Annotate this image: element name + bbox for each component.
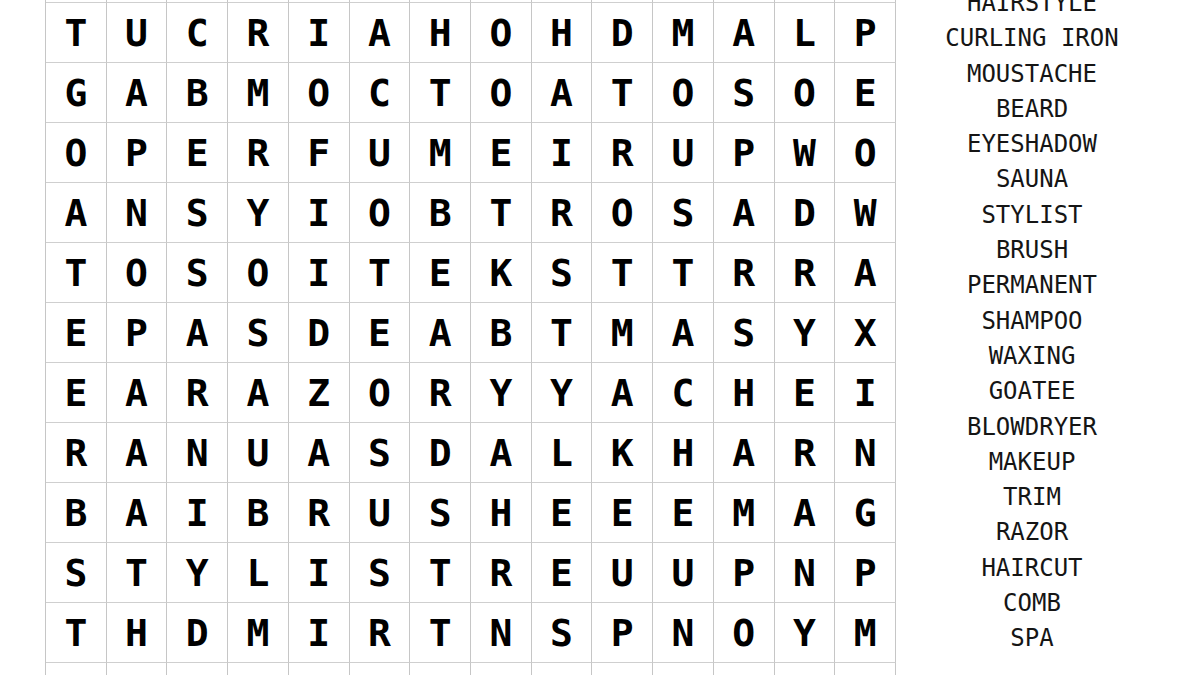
grid-cell[interactable]: S xyxy=(167,243,228,303)
word-list-item: CURLING IRON xyxy=(900,21,1164,56)
grid-cell[interactable]: S xyxy=(46,543,107,603)
word-list-item: HAIRCUT xyxy=(900,551,1164,586)
grid-cell[interactable]: U xyxy=(107,3,168,63)
grid-cell[interactable] xyxy=(167,663,228,675)
grid-cell[interactable]: O xyxy=(289,63,350,123)
grid-cell[interactable]: S xyxy=(167,183,228,243)
grid-cell[interactable]: I xyxy=(289,3,350,63)
grid-cell[interactable]: P xyxy=(835,3,896,63)
grid-cell[interactable]: U xyxy=(592,543,653,603)
grid-cell[interactable]: R xyxy=(228,123,289,183)
grid-cell[interactable] xyxy=(775,663,836,675)
grid-cell[interactable]: T xyxy=(410,603,471,663)
grid-cell[interactable]: R xyxy=(167,363,228,423)
grid-cell[interactable]: W xyxy=(775,123,836,183)
word-list-item: BRUSH xyxy=(900,233,1164,268)
word-search-grid: TUCRIAHOHDMALPGABMOCTOATOSOEOPERFUMEIRUP… xyxy=(45,0,896,675)
grid-cell[interactable]: M xyxy=(835,603,896,663)
grid-cell[interactable]: Y xyxy=(471,363,532,423)
grid-cell[interactable]: H xyxy=(107,603,168,663)
grid-cell[interactable]: A xyxy=(532,63,593,123)
grid-cell[interactable] xyxy=(350,663,411,675)
grid-cell[interactable]: Y xyxy=(228,183,289,243)
grid-cell[interactable]: M xyxy=(228,603,289,663)
grid-cell[interactable]: M xyxy=(410,123,471,183)
grid-cell[interactable]: T xyxy=(471,183,532,243)
grid-cell[interactable]: U xyxy=(350,483,411,543)
word-list-item: HAIRSTYLE xyxy=(900,0,1164,21)
grid-cell[interactable]: E xyxy=(350,303,411,363)
grid-cell[interactable]: S xyxy=(714,303,775,363)
grid-cell[interactable]: H xyxy=(714,363,775,423)
grid-cell[interactable]: P xyxy=(835,543,896,603)
grid-cell[interactable]: P xyxy=(107,303,168,363)
grid-cell[interactable]: R xyxy=(471,543,532,603)
grid-cell[interactable]: A xyxy=(107,363,168,423)
grid-cell[interactable]: U xyxy=(350,123,411,183)
grid-cell[interactable]: M xyxy=(653,3,714,63)
grid-cell[interactable]: T xyxy=(46,3,107,63)
word-list-item: COMB xyxy=(900,586,1164,621)
grid-cell[interactable]: N xyxy=(653,603,714,663)
grid-cell[interactable]: R xyxy=(228,3,289,63)
word-list-item: SAUNA xyxy=(900,162,1164,197)
word-list-item: BLOWDRYER xyxy=(900,410,1164,445)
grid-cell[interactable]: H xyxy=(471,483,532,543)
grid-cell[interactable]: O xyxy=(471,63,532,123)
grid-cell[interactable]: E xyxy=(167,123,228,183)
grid-cell[interactable]: T xyxy=(592,243,653,303)
grid-cell[interactable]: A xyxy=(167,303,228,363)
grid-cell[interactable]: M xyxy=(592,303,653,363)
grid-cell[interactable]: T xyxy=(107,543,168,603)
word-list-item: SHAMPOO xyxy=(900,304,1164,339)
grid-cell[interactable]: E xyxy=(532,543,593,603)
grid-cell[interactable]: R xyxy=(532,183,593,243)
grid-cell[interactable]: N xyxy=(167,423,228,483)
grid-cell[interactable]: O xyxy=(107,243,168,303)
grid-cell[interactable]: A xyxy=(714,423,775,483)
grid-cell[interactable]: L xyxy=(532,423,593,483)
grid-cell[interactable]: U xyxy=(653,543,714,603)
grid-cell[interactable]: M xyxy=(714,483,775,543)
grid-cell[interactable]: A xyxy=(107,423,168,483)
grid-cell[interactable]: O xyxy=(350,363,411,423)
word-list-item: WAXING xyxy=(900,339,1164,374)
grid-cell[interactable]: E xyxy=(46,363,107,423)
grid-cell[interactable]: N xyxy=(775,543,836,603)
grid-cell[interactable]: N xyxy=(835,423,896,483)
grid-cell[interactable]: B xyxy=(471,303,532,363)
grid-cell[interactable]: T xyxy=(410,63,471,123)
grid-cell[interactable]: Y xyxy=(775,603,836,663)
grid-cell[interactable]: O xyxy=(350,183,411,243)
grid-cell[interactable]: E xyxy=(835,63,896,123)
grid-cell[interactable]: A xyxy=(107,63,168,123)
grid-cell[interactable]: A xyxy=(350,3,411,63)
grid-cell[interactable]: W xyxy=(835,183,896,243)
word-list-item: TRIM xyxy=(900,480,1164,515)
grid-cell[interactable]: U xyxy=(228,423,289,483)
grid-cell[interactable]: A xyxy=(775,483,836,543)
grid-cell[interactable]: M xyxy=(228,63,289,123)
grid-cell[interactable]: E xyxy=(592,483,653,543)
grid-cell[interactable]: H xyxy=(410,3,471,63)
grid-cell[interactable]: I xyxy=(167,483,228,543)
grid-cell[interactable]: C xyxy=(167,3,228,63)
grid-cell[interactable] xyxy=(653,663,714,675)
grid-cell[interactable]: T xyxy=(532,303,593,363)
grid-cell[interactable]: L xyxy=(228,543,289,603)
word-list-item: PERMANENT xyxy=(900,268,1164,303)
grid-cell[interactable]: G xyxy=(46,63,107,123)
grid-cell[interactable]: D xyxy=(289,303,350,363)
word-list-item: RAZOR xyxy=(900,515,1164,550)
grid-cell[interactable]: A xyxy=(107,483,168,543)
grid-cell[interactable]: O xyxy=(471,3,532,63)
grid-cell[interactable]: R xyxy=(775,423,836,483)
grid-cell[interactable]: O xyxy=(228,243,289,303)
grid-cell[interactable] xyxy=(592,663,653,675)
word-list-item: MAKEUP xyxy=(900,445,1164,480)
word-search-worksheet: TUCRIAHOHDMALPGABMOCTOATOSOEOPERFUMEIRUP… xyxy=(0,0,1200,675)
grid-cell[interactable] xyxy=(835,663,896,675)
grid-cell[interactable]: A xyxy=(714,3,775,63)
grid-cell[interactable] xyxy=(410,663,471,675)
grid-cell[interactable]: R xyxy=(350,603,411,663)
grid-cell[interactable]: Y xyxy=(167,543,228,603)
grid-cell[interactable] xyxy=(532,663,593,675)
grid-cell[interactable]: A xyxy=(410,303,471,363)
word-list-item: BEARD xyxy=(900,92,1164,127)
word-list-item: GOATEE xyxy=(900,374,1164,409)
grid-cell[interactable]: C xyxy=(350,63,411,123)
grid-cell[interactable]: T xyxy=(46,603,107,663)
grid-cell[interactable]: S xyxy=(228,303,289,363)
grid-cell[interactable]: O xyxy=(714,603,775,663)
grid-cell[interactable]: D xyxy=(410,423,471,483)
grid-cell[interactable]: I xyxy=(835,363,896,423)
grid-cell[interactable]: O xyxy=(653,63,714,123)
grid-cell[interactable]: F xyxy=(289,123,350,183)
grid-cell[interactable]: E xyxy=(46,303,107,363)
grid-cell[interactable]: E xyxy=(653,483,714,543)
grid-cell[interactable]: Y xyxy=(532,363,593,423)
grid-cell[interactable]: D xyxy=(592,3,653,63)
grid-cell[interactable]: B xyxy=(410,183,471,243)
grid-cell[interactable]: D xyxy=(775,183,836,243)
grid-cell[interactable]: O xyxy=(775,63,836,123)
grid-cell[interactable]: B xyxy=(228,483,289,543)
grid-cell[interactable] xyxy=(228,663,289,675)
grid-cell[interactable]: S xyxy=(714,63,775,123)
grid-cell[interactable] xyxy=(107,663,168,675)
grid-cell[interactable]: R xyxy=(410,363,471,423)
grid-cell[interactable]: R xyxy=(592,123,653,183)
grid-cell[interactable]: N xyxy=(107,183,168,243)
word-list-item: SPA xyxy=(900,621,1164,656)
grid-cell[interactable]: S xyxy=(410,483,471,543)
grid-cell[interactable]: H xyxy=(653,423,714,483)
grid-cell[interactable]: X xyxy=(835,303,896,363)
grid-cell[interactable]: E xyxy=(532,483,593,543)
grid-cell[interactable]: R xyxy=(46,423,107,483)
grid-cell[interactable]: K xyxy=(471,243,532,303)
grid-cell[interactable]: I xyxy=(289,243,350,303)
grid-cell[interactable]: A xyxy=(592,363,653,423)
grid-cell[interactable]: S xyxy=(532,603,593,663)
grid-cell[interactable]: U xyxy=(653,123,714,183)
grid-cell[interactable]: A xyxy=(471,423,532,483)
word-list-item: EYESHADOW xyxy=(900,127,1164,162)
grid-cell[interactable]: R xyxy=(775,243,836,303)
grid-cell[interactable]: A xyxy=(228,363,289,423)
grid-cell[interactable]: T xyxy=(410,543,471,603)
grid-cell[interactable]: A xyxy=(289,423,350,483)
grid-cell[interactable]: S xyxy=(350,423,411,483)
grid-cell[interactable] xyxy=(714,663,775,675)
grid-cell[interactable]: H xyxy=(532,3,593,63)
grid-cell[interactable]: O xyxy=(592,183,653,243)
grid-cell[interactable]: P xyxy=(592,603,653,663)
grid-cell[interactable]: N xyxy=(471,603,532,663)
grid-cell[interactable]: E xyxy=(471,123,532,183)
grid-cell[interactable]: E xyxy=(775,363,836,423)
grid-cell[interactable]: T xyxy=(592,63,653,123)
grid-cell[interactable]: P xyxy=(107,123,168,183)
grid-cell[interactable]: D xyxy=(167,603,228,663)
grid-cell[interactable]: I xyxy=(289,603,350,663)
grid-cell[interactable]: P xyxy=(714,123,775,183)
grid-cell[interactable]: A xyxy=(835,243,896,303)
word-list-item: STYLIST xyxy=(900,198,1164,233)
word-list-item: MOUSTACHE xyxy=(900,57,1164,92)
grid-cell[interactable]: I xyxy=(289,543,350,603)
grid-cell[interactable] xyxy=(289,663,350,675)
grid-cell[interactable]: A xyxy=(714,183,775,243)
grid-cell[interactable]: R xyxy=(289,483,350,543)
grid-cell[interactable]: P xyxy=(714,543,775,603)
grid-cell[interactable]: C xyxy=(653,363,714,423)
grid-cell[interactable]: Z xyxy=(289,363,350,423)
grid-cell[interactable]: K xyxy=(592,423,653,483)
grid-cell[interactable]: O xyxy=(835,123,896,183)
grid-cell[interactable]: T xyxy=(46,243,107,303)
grid-cell[interactable] xyxy=(46,663,107,675)
grid-cell[interactable]: S xyxy=(532,243,593,303)
grid-cell[interactable] xyxy=(471,663,532,675)
grid-cell[interactable]: T xyxy=(653,243,714,303)
grid-cell[interactable]: I xyxy=(532,123,593,183)
grid-cell[interactable]: B xyxy=(167,63,228,123)
grid-cell[interactable]: T xyxy=(350,243,411,303)
grid-cell[interactable]: S xyxy=(350,543,411,603)
grid-cell[interactable]: G xyxy=(835,483,896,543)
grid-cell[interactable]: R xyxy=(714,243,775,303)
grid-cell[interactable]: A xyxy=(46,183,107,243)
grid-cell[interactable]: I xyxy=(289,183,350,243)
word-list: HAIRSTYLECURLING IRONMOUSTACHEBEARDEYESH… xyxy=(900,0,1164,657)
grid-cell[interactable]: A xyxy=(653,303,714,363)
grid-cell[interactable]: O xyxy=(46,123,107,183)
grid-cell[interactable]: B xyxy=(46,483,107,543)
grid-cell[interactable]: S xyxy=(653,183,714,243)
grid-cell[interactable]: Y xyxy=(775,303,836,363)
grid-cell[interactable]: E xyxy=(410,243,471,303)
grid-cell[interactable]: L xyxy=(775,3,836,63)
